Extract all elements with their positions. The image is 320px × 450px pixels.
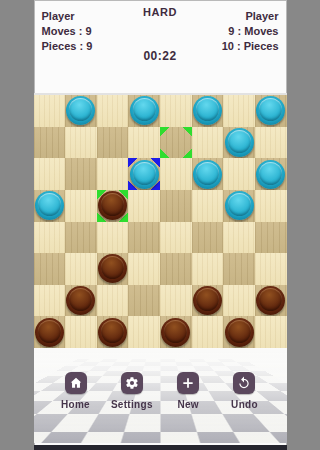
square-r5c2[interactable] [65,222,97,254]
square-r6c2 [65,253,97,285]
square-r6c6 [192,253,224,285]
square-r8c1[interactable] [34,316,66,348]
square-r3c5 [160,158,192,190]
square-r6c1[interactable] [34,253,66,285]
brown-piece[interactable] [35,318,64,347]
square-r5c5 [160,222,192,254]
left-player-pieces: Pieces : 9 [42,40,93,52]
brown-piece[interactable] [98,254,127,283]
brown-piece[interactable] [66,286,95,315]
square-r6c4 [128,253,160,285]
bottom-bar [34,445,287,450]
square-r5c3 [97,222,129,254]
square-r8c6 [192,316,224,348]
square-r2c3[interactable] [97,127,129,159]
left-player-stats: Player Moves : 9 Pieces : 9 [42,6,93,93]
left-player-moves: Moves : 9 [42,25,93,37]
square-r1c4[interactable] [128,95,160,127]
home-icon[interactable] [65,372,87,394]
square-r4c5[interactable] [160,190,192,222]
new-game-button[interactable]: New [164,372,212,410]
left-player-name: Player [42,10,93,22]
square-r7c1 [34,285,66,317]
cyan-piece[interactable] [225,191,254,220]
square-r5c6[interactable] [192,222,224,254]
square-r2c7[interactable] [223,127,255,159]
cyan-piece[interactable] [256,96,285,125]
cyan-piece[interactable] [130,96,159,125]
square-r6c7[interactable] [223,253,255,285]
gear-icon[interactable] [121,372,143,394]
square-r2c8 [255,127,287,159]
square-r7c8[interactable] [255,285,287,317]
square-r3c1 [34,158,66,190]
cyan-piece[interactable] [256,160,285,189]
square-r3c7 [223,158,255,190]
square-r3c6[interactable] [192,158,224,190]
board [34,95,287,348]
square-r6c8 [255,253,287,285]
square-r8c3[interactable] [97,316,129,348]
square-r2c4 [128,127,160,159]
square-r8c5[interactable] [160,316,192,348]
cyan-piece[interactable] [66,96,95,125]
square-r1c3 [97,95,129,127]
plus-icon[interactable] [177,372,199,394]
square-r4c6 [192,190,224,222]
square-r7c2[interactable] [65,285,97,317]
brown-piece[interactable] [98,318,127,347]
home-label: Home [61,399,90,410]
square-r7c7 [223,285,255,317]
square-r7c4[interactable] [128,285,160,317]
home-button[interactable]: Home [52,372,100,410]
square-r5c7 [223,222,255,254]
square-r5c1 [34,222,66,254]
square-r1c7 [223,95,255,127]
right-player-moves: 9 : Moves [222,25,279,37]
checkers-app: Player Moves : 9 Pieces : 9 HARD 00:22 P… [34,0,287,450]
toolbar: Home Settings New Undo [34,348,287,443]
cyan-piece[interactable] [130,160,159,189]
square-r2c1[interactable] [34,127,66,159]
square-r8c4 [128,316,160,348]
square-r2c5[interactable] [160,127,192,159]
square-r3c3 [97,158,129,190]
right-player-stats: Player 9 : Moves 10 : Pieces [222,6,279,93]
square-r4c8 [255,190,287,222]
brown-piece[interactable] [256,286,285,315]
square-r3c8[interactable] [255,158,287,190]
undo-button[interactable]: Undo [220,372,268,410]
square-r8c8 [255,316,287,348]
square-r4c1[interactable] [34,190,66,222]
square-r8c2 [65,316,97,348]
square-r4c2 [65,190,97,222]
settings-label: Settings [111,399,153,410]
square-r1c1 [34,95,66,127]
right-player-pieces: 10 : Pieces [222,40,279,52]
square-r3c4[interactable] [128,158,160,190]
square-r6c3[interactable] [97,253,129,285]
square-r7c6[interactable] [192,285,224,317]
square-r1c8[interactable] [255,95,287,127]
header: Player Moves : 9 Pieces : 9 HARD 00:22 P… [34,0,287,95]
new-label: New [177,399,198,410]
cyan-piece[interactable] [193,96,222,125]
square-r5c8[interactable] [255,222,287,254]
undo-label: Undo [231,399,258,410]
brown-piece[interactable] [98,191,127,220]
cyan-piece[interactable] [35,191,64,220]
square-r7c5 [160,285,192,317]
brown-piece[interactable] [225,318,254,347]
square-r1c5 [160,95,192,127]
brown-piece[interactable] [193,286,222,315]
square-r3c2[interactable] [65,158,97,190]
square-r4c7[interactable] [223,190,255,222]
square-r2c2 [65,127,97,159]
square-r4c3[interactable] [97,190,129,222]
settings-button[interactable]: Settings [108,372,156,410]
right-player-name: Player [222,10,279,22]
square-r6c5[interactable] [160,253,192,285]
square-r4c4 [128,190,160,222]
cyan-piece[interactable] [225,128,254,157]
cyan-piece[interactable] [193,160,222,189]
brown-piece[interactable] [161,318,190,347]
toolbar-buttons: Home Settings New Undo [34,372,287,410]
square-r5c4[interactable] [128,222,160,254]
undo-icon[interactable] [233,372,255,394]
square-r1c6[interactable] [192,95,224,127]
square-r7c3 [97,285,129,317]
square-r1c2[interactable] [65,95,97,127]
square-r8c7[interactable] [223,316,255,348]
square-r2c6 [192,127,224,159]
